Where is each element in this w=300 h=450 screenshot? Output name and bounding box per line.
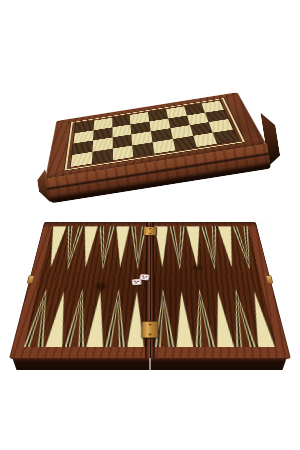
closed-box: [18, 60, 282, 192]
backgammon-point-light: [112, 226, 131, 269]
backgammon-point-light: [126, 289, 146, 347]
dice-pair: [132, 274, 155, 288]
board-half-left: [24, 226, 146, 346]
closed-box-rotation: [9, 40, 290, 212]
open-board-perspective: [9, 222, 291, 359]
points-row-bottom-right: [154, 289, 276, 347]
points-row-top-left: [42, 226, 146, 269]
miter-joint: [243, 141, 264, 143]
open-board-front-edge: [11, 358, 288, 370]
backgammon-board: [9, 222, 291, 359]
brass-hinge-top: [143, 227, 157, 236]
backgammon-point-dark: [154, 289, 174, 347]
board-half-right: [154, 226, 276, 346]
brass-clasp-left: [27, 275, 35, 283]
miter-joint: [223, 93, 237, 99]
points-row-top-right: [154, 226, 258, 269]
backgammon-point-dark: [105, 289, 127, 347]
die: [132, 279, 142, 285]
points-row-bottom-left: [24, 289, 146, 347]
open-board: [8, 192, 292, 376]
center-fold-seam: [145, 222, 155, 359]
brass-hinge-bottom: [141, 321, 158, 338]
brass-clasp-right: [265, 275, 273, 283]
product-photo: [0, 0, 300, 450]
